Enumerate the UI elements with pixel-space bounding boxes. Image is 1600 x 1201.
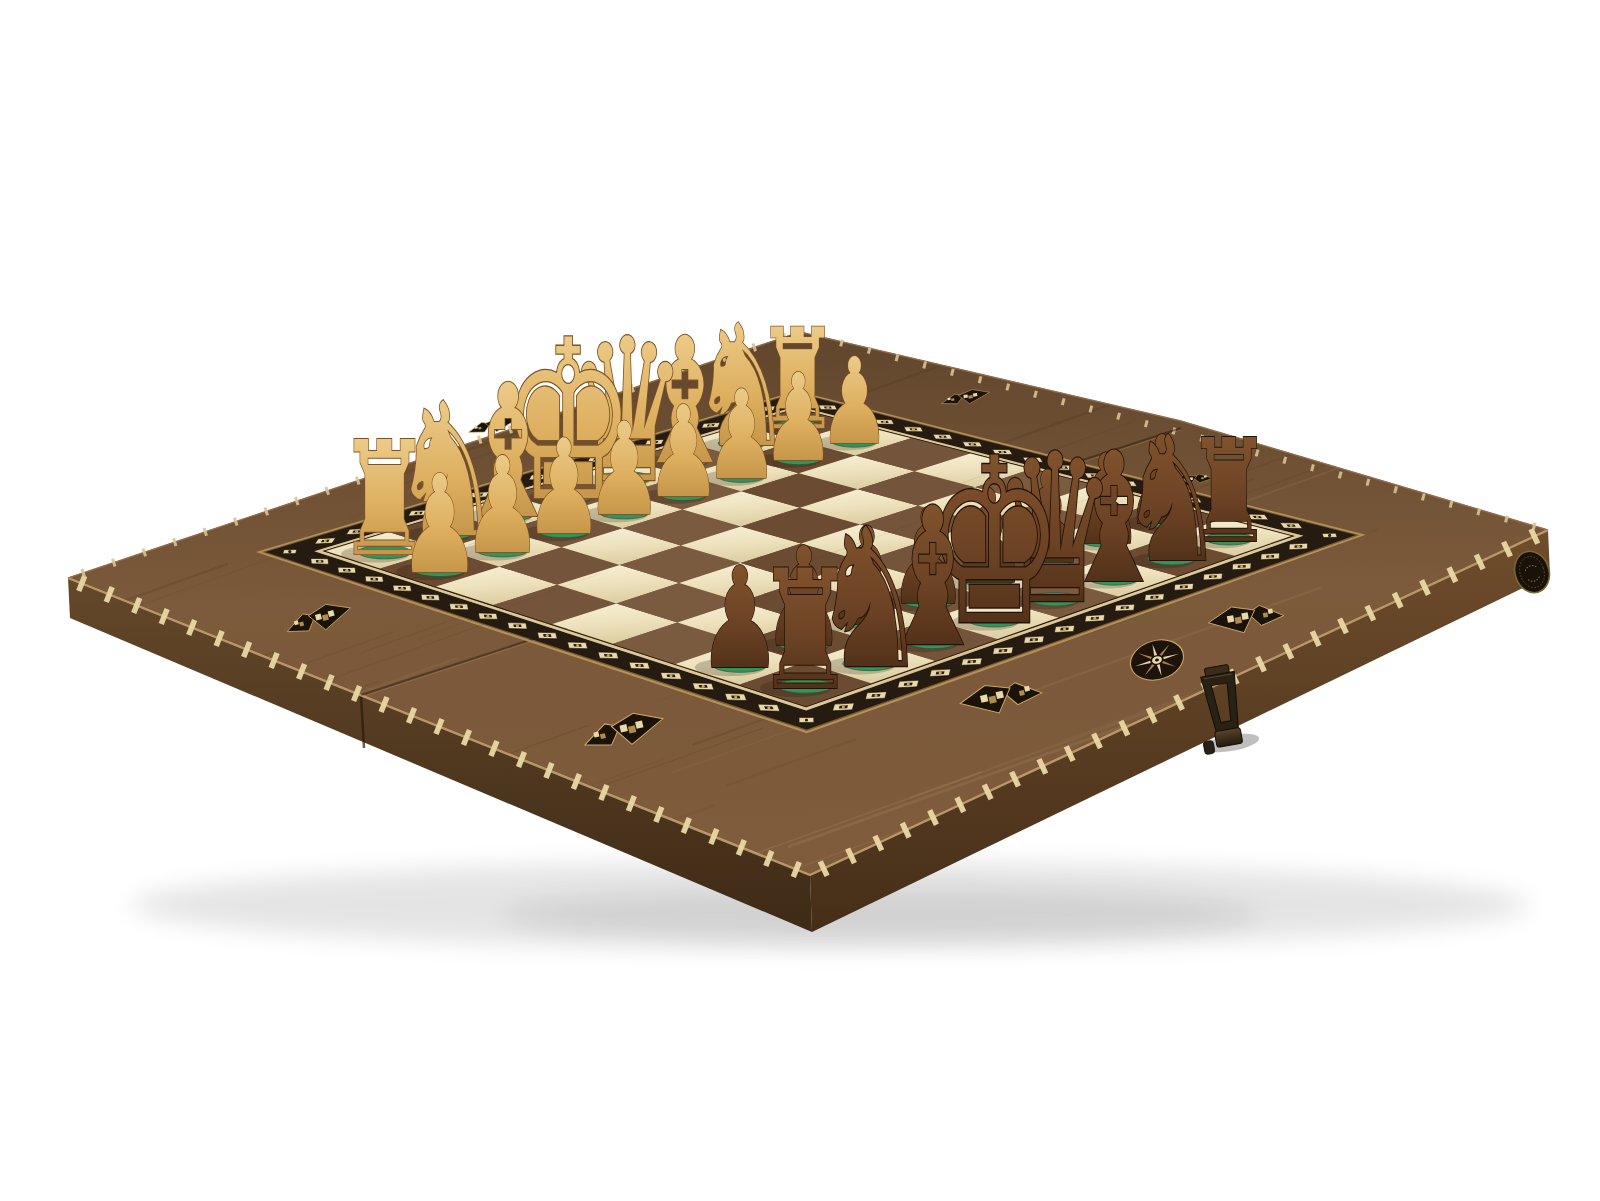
piece-white-pawn-a2: ♟ [396, 445, 481, 603]
chess-board: ♜♟♞♟♝♟♛♟♚♟♝♟♟♞♜♟♟♜♞♟♟♝♟♛♟♚♟♝♟♞♟♜ [0, 0, 1600, 1201]
chess-set-photo: ♜♟♞♟♝♟♛♟♚♟♝♟♟♞♜♟♟♜♞♟♟♝♟♛♟♚♟♝♟♞♟♜ folding… [0, 0, 1600, 1201]
svg-text:♜: ♜ [755, 535, 856, 727]
piece-black-rook-a8: ♜ [755, 535, 856, 727]
svg-text:♟: ♟ [398, 445, 481, 603]
